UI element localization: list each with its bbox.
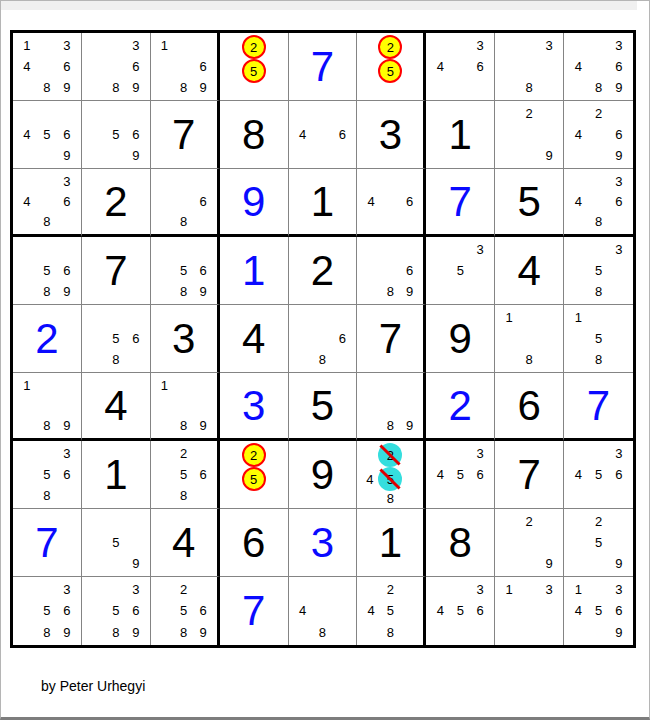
- candidate-8: 8: [526, 81, 533, 94]
- cell-r2c8[interactable]: 29: [495, 101, 564, 169]
- candidate-slot-1: [86, 103, 106, 124]
- candidate-slot-5: 5: [588, 532, 608, 553]
- candidate-slot-5: [519, 56, 539, 77]
- cell-r3c3[interactable]: 68: [151, 169, 220, 237]
- candidate-slot-3: [609, 511, 629, 532]
- cell-value: 6: [517, 385, 540, 427]
- candidate-slot-9: 9: [57, 281, 77, 302]
- candidate-5: 5: [43, 128, 50, 141]
- cell-r9c1[interactable]: 35689: [13, 577, 82, 645]
- candidate-grid: 34689: [568, 35, 629, 98]
- candidate-slot-7: [155, 212, 174, 232]
- candidate-8: 8: [595, 285, 602, 298]
- cell-r2c2[interactable]: 569: [82, 101, 151, 169]
- candidate-slot-6: 6: [193, 260, 212, 281]
- cell-r2c5[interactable]: 46: [289, 101, 358, 169]
- cell-r8c4[interactable]: 6: [220, 509, 289, 577]
- cell-r1c1[interactable]: 134689: [13, 33, 82, 101]
- cell-r9c3[interactable]: 25689: [151, 577, 220, 645]
- candidate-slot-6: 6: [126, 600, 146, 621]
- candidate-9: 9: [615, 626, 622, 639]
- cell-value: 7: [311, 46, 334, 88]
- cell-r6c6[interactable]: 89: [357, 373, 426, 441]
- candidate-slot-6: 6: [57, 56, 77, 77]
- candidate-slot-8: [519, 622, 539, 643]
- candidate-slot-1: [568, 239, 588, 260]
- candidate-8: 8: [387, 419, 394, 432]
- candidate-slot-2: [450, 239, 470, 260]
- candidate-slot-9: 9: [57, 622, 77, 643]
- candidate-slot-8: 8: [381, 416, 400, 436]
- candidate-slot-3: [609, 103, 629, 124]
- cell-r9c7[interactable]: 3456: [426, 577, 495, 645]
- candidate-8: 8: [595, 81, 602, 94]
- cell-r4c8[interactable]: 4: [495, 237, 564, 305]
- cell-value: 9: [242, 181, 265, 223]
- cell-value: 7: [35, 522, 58, 564]
- cell-r1c5[interactable]: 7: [289, 33, 358, 101]
- candidate-grid: 3456: [568, 443, 629, 506]
- candidate-slot-4: 4: [17, 56, 37, 77]
- candidate-slot-4: [86, 328, 106, 349]
- cell-value: 4: [242, 318, 265, 360]
- candidate-slot-4: [499, 328, 519, 349]
- candidate-slot-2: [588, 307, 608, 328]
- cell-r3c4[interactable]: 9: [220, 169, 289, 237]
- candidate-3: 3: [615, 39, 622, 52]
- candidate-8: 8: [180, 626, 187, 639]
- candidate-slot-3: 3: [539, 35, 559, 56]
- cell-r7c4[interactable]: 25: [220, 441, 289, 509]
- candidate-slot-6: [400, 395, 419, 415]
- cell-r6c4[interactable]: 3: [220, 373, 289, 441]
- candidate-1: 1: [161, 39, 168, 52]
- cell-r5c9[interactable]: 158: [564, 305, 633, 373]
- cell-r8c5[interactable]: 3: [289, 509, 358, 577]
- candidate-slot-8: 8: [106, 77, 126, 98]
- candidate-slot-7: [568, 485, 588, 506]
- candidate-slot-1: [568, 35, 588, 56]
- candidate-8: 8: [112, 353, 119, 366]
- candidate-slot-8: 8: [588, 281, 608, 302]
- cell-r8c9[interactable]: 259: [564, 509, 633, 577]
- candidate-6: 6: [615, 60, 622, 73]
- candidate-slot-5: 5: [174, 464, 193, 485]
- candidate-grid: 89: [361, 375, 419, 436]
- cell-value: 2: [311, 250, 334, 292]
- cell-value: 6: [242, 522, 265, 564]
- candidate-slot-8: [242, 491, 266, 506]
- cell-r6c7[interactable]: 2: [426, 373, 495, 441]
- candidate-slot-9: [400, 622, 419, 643]
- cell-r7c7[interactable]: 3456: [426, 441, 495, 509]
- candidate-slot-8: [37, 145, 57, 166]
- candidate-grid: 569: [86, 103, 146, 166]
- cell-r7c8[interactable]: 7: [495, 441, 564, 509]
- cell-r3c1[interactable]: 3468: [13, 169, 82, 237]
- cell-r2c7[interactable]: 1: [426, 101, 495, 169]
- candidate-slot-9: 9: [193, 77, 212, 98]
- candidate-4: 4: [366, 473, 373, 486]
- candidate-slot-6: 6: [126, 124, 146, 145]
- candidate-slot-9: 9: [400, 416, 419, 436]
- candidate-slot-1: [430, 443, 450, 464]
- candidate-slot-9: [402, 83, 419, 98]
- candidate-grid: 3456: [430, 579, 490, 643]
- cell-r6c5[interactable]: 5: [289, 373, 358, 441]
- candidate-8: 8: [595, 353, 602, 366]
- candidate-4: 4: [575, 195, 582, 208]
- candidate-slot-8: 8: [106, 349, 126, 370]
- candidate-8: 8: [112, 626, 119, 639]
- candidate-slot-7: [499, 77, 519, 98]
- candidate-8: 8: [43, 215, 50, 228]
- candidate-3: 3: [615, 583, 622, 596]
- cell-r2c9[interactable]: 2469: [564, 101, 633, 169]
- candidate-slot-5: 5: [450, 600, 470, 621]
- candidate-slot-4: [86, 124, 106, 145]
- candidate-slot-1: [17, 239, 37, 260]
- cell-r2c6[interactable]: 3: [357, 101, 426, 169]
- cell-r6c9[interactable]: 7: [564, 373, 633, 441]
- candidate-slot-4: [155, 600, 174, 621]
- candidate-4: 4: [437, 468, 444, 481]
- candidate-6: 6: [63, 60, 70, 73]
- cell-r7c1[interactable]: 3568: [13, 441, 82, 509]
- candidate-8: 8: [387, 626, 394, 639]
- candidate-slot-3: [193, 579, 212, 600]
- cell-r7c2[interactable]: 1: [82, 441, 151, 509]
- cell-r3c2[interactable]: 2: [82, 169, 151, 237]
- cell-r4c1[interactable]: 5689: [13, 237, 82, 305]
- candidate-slot-8: 8: [37, 281, 57, 302]
- candidate-1: 1: [506, 583, 513, 596]
- candidate-5: 5: [595, 264, 602, 277]
- candidate-grid: 2458: [361, 579, 419, 643]
- cell-r5c1[interactable]: 2: [13, 305, 82, 373]
- candidate-grid: 59: [86, 511, 146, 574]
- candidate-slot-5: 5: [378, 59, 402, 83]
- candidate-slot-9: 9: [193, 416, 212, 436]
- candidate-slot-5: [450, 56, 470, 77]
- candidate-6: 6: [63, 128, 70, 141]
- candidate-slot-8: [106, 145, 126, 166]
- candidate-slot-6: [609, 328, 629, 349]
- candidate-6: 6: [339, 128, 346, 141]
- cell-r4c2[interactable]: 7: [82, 237, 151, 305]
- candidate-9: 9: [406, 419, 413, 432]
- candidate-slot-4: [86, 532, 106, 553]
- candidate-slot-1: [17, 579, 37, 600]
- candidate-9: 9: [615, 557, 622, 570]
- candidate-slot-6: 6: [57, 260, 77, 281]
- candidate-slot-3: [402, 35, 419, 59]
- candidate-slot-1: [499, 35, 519, 56]
- cell-r5c7[interactable]: 9: [426, 305, 495, 373]
- cell-r2c4[interactable]: 8: [220, 101, 289, 169]
- candidate-slot-7: [568, 553, 588, 574]
- candidate-slot-6: 6: [193, 600, 212, 621]
- candidate-slot-1: [499, 511, 519, 532]
- candidate-slot-3: 3: [126, 579, 146, 600]
- cell-r6c8[interactable]: 6: [495, 373, 564, 441]
- cell-r5c3[interactable]: 3: [151, 305, 220, 373]
- candidate-2: 2: [378, 443, 402, 467]
- cell-r5c6[interactable]: 7: [357, 305, 426, 373]
- cell-r4c3[interactable]: 5689: [151, 237, 220, 305]
- candidate-slot-5: 5: [450, 464, 470, 485]
- cell-r4c4[interactable]: 1: [220, 237, 289, 305]
- candidate-slot-9: 9: [126, 145, 146, 166]
- candidate-slot-9: 9: [57, 77, 77, 98]
- candidate-slot-6: [470, 260, 490, 281]
- cell-r7c9[interactable]: 3456: [564, 441, 633, 509]
- cell-value: 4: [517, 250, 540, 292]
- cell-value: 1: [449, 114, 472, 156]
- candidate-slot-4: [155, 191, 174, 211]
- cell-r3c8[interactable]: 5: [495, 169, 564, 237]
- candidate-8: 8: [43, 489, 50, 502]
- cell-r8c2[interactable]: 59: [82, 509, 151, 577]
- cell-r4c9[interactable]: 358: [564, 237, 633, 305]
- candidate-slot-7: [568, 145, 588, 166]
- cell-r3c6[interactable]: 46: [357, 169, 426, 237]
- cell-r1c7[interactable]: 346: [426, 33, 495, 101]
- cell-r4c7[interactable]: 35: [426, 237, 495, 305]
- candidate-slot-5: 5: [37, 464, 57, 485]
- cell-value: 7: [587, 385, 610, 427]
- cell-r1c9[interactable]: 34689: [564, 33, 633, 101]
- cell-r7c6[interactable]: 2458: [357, 441, 426, 509]
- cell-r7c3[interactable]: 2568: [151, 441, 220, 509]
- candidate-slot-4: [155, 464, 174, 485]
- candidate-slot-7: [86, 622, 106, 643]
- candidate-grid: 134569: [568, 579, 629, 643]
- cell-r3c5[interactable]: 1: [289, 169, 358, 237]
- candidate-slot-4: 4: [568, 464, 588, 485]
- candidate-slot-3: 3: [57, 579, 77, 600]
- candidate-slot-6: [539, 56, 559, 77]
- top-bar: [1, 1, 637, 10]
- candidate-3: 3: [477, 447, 484, 460]
- candidate-slot-8: 8: [37, 212, 57, 232]
- candidate-slot-2: 2: [588, 103, 608, 124]
- candidate-slot-8: 8: [588, 77, 608, 98]
- candidate-slot-3: 3: [609, 171, 629, 191]
- cell-value: 8: [449, 522, 472, 564]
- candidate-slot-8: [588, 485, 608, 506]
- candidate-slot-5: 5: [588, 260, 608, 281]
- candidate-slot-5: [313, 124, 333, 145]
- candidate-grid: 1689: [155, 35, 213, 98]
- candidate-grid: 2568: [155, 443, 213, 506]
- cell-r9c9[interactable]: 134569: [564, 577, 633, 645]
- candidate-9: 9: [63, 419, 70, 432]
- cell-value: 3: [172, 318, 195, 360]
- cell-r9c6[interactable]: 2458: [357, 577, 426, 645]
- cell-r3c7[interactable]: 7: [426, 169, 495, 237]
- candidate-9: 9: [546, 557, 553, 570]
- candidate-slot-8: 8: [519, 77, 539, 98]
- cell-r1c2[interactable]: 3689: [82, 33, 151, 101]
- candidate-4: 4: [299, 128, 306, 141]
- candidate-slot-1: 1: [17, 35, 37, 56]
- candidate-slot-9: 9: [57, 145, 77, 166]
- candidate-slot-2: [381, 375, 400, 395]
- candidate-slot-4: [361, 59, 378, 83]
- candidate-9: 9: [132, 81, 139, 94]
- candidate-slot-8: 8: [313, 622, 333, 643]
- candidate-slot-2: [519, 579, 539, 600]
- candidate-slot-1: [361, 375, 380, 395]
- candidate-8: 8: [180, 419, 187, 432]
- candidate-slot-2: 2: [174, 579, 193, 600]
- candidate-slot-8: 8: [37, 485, 57, 506]
- candidate-grid: 3468: [568, 171, 629, 232]
- cell-r6c3[interactable]: 189: [151, 373, 220, 441]
- candidate-slot-2: [37, 579, 57, 600]
- cell-r3c9[interactable]: 3468: [564, 169, 633, 237]
- candidate-6: 6: [63, 468, 70, 481]
- candidate-grid: 13: [499, 579, 559, 643]
- candidate-grid: 3456: [430, 443, 490, 506]
- candidate-slot-2: [450, 35, 470, 56]
- cell-r8c6[interactable]: 1: [357, 509, 426, 577]
- cell-r1c6[interactable]: 25: [357, 33, 426, 101]
- cell-value: 4: [104, 385, 127, 427]
- candidate-slot-1: [293, 579, 313, 600]
- cell-value: 1: [242, 250, 265, 292]
- candidate-slot-3: 3: [57, 443, 77, 464]
- cell-r9c5[interactable]: 48: [289, 577, 358, 645]
- cell-r1c4[interactable]: 25: [220, 33, 289, 101]
- candidate-slot-1: 1: [17, 375, 37, 395]
- candidate-8: 8: [43, 81, 50, 94]
- candidate-6: 6: [199, 468, 206, 481]
- candidate-slot-5: 5: [174, 600, 193, 621]
- candidate-slot-4: 4: [361, 600, 380, 621]
- candidate-4: 4: [575, 604, 582, 617]
- candidate-grid: 35: [430, 239, 490, 302]
- candidate-slot-2: [588, 443, 608, 464]
- candidate-slot-2: [174, 375, 193, 395]
- candidate-slot-1: [361, 239, 380, 260]
- candidate-slot-5: 5: [174, 260, 193, 281]
- candidate-slot-9: [609, 212, 629, 232]
- candidate-slot-1: [86, 579, 106, 600]
- candidate-3: 3: [63, 447, 70, 460]
- candidate-slot-6: [400, 600, 419, 621]
- candidate-slot-5: [588, 56, 608, 77]
- candidate-grid: 189: [155, 375, 213, 436]
- cell-r7c5[interactable]: 9: [289, 441, 358, 509]
- candidate-slot-5: 5: [588, 328, 608, 349]
- candidate-grid: 25689: [155, 579, 213, 643]
- candidate-slot-3: [193, 375, 212, 395]
- candidate-slot-6: [539, 328, 559, 349]
- candidate-slot-8: [588, 145, 608, 166]
- candidate-5: 5: [595, 468, 602, 481]
- candidate-slot-5: [381, 260, 400, 281]
- candidate-grid: 5689: [17, 239, 77, 302]
- cell-r9c8[interactable]: 13: [495, 577, 564, 645]
- candidate-slot-2: [106, 579, 126, 600]
- candidate-slot-7: [86, 553, 106, 574]
- candidate-6: 6: [199, 604, 206, 617]
- cell-r6c2[interactable]: 4: [82, 373, 151, 441]
- candidate-slot-7: [361, 416, 380, 436]
- candidate-slot-5: 5: [242, 59, 266, 83]
- cell-r8c8[interactable]: 29: [495, 509, 564, 577]
- candidate-slot-1: [155, 443, 174, 464]
- candidate-slot-4: [568, 328, 588, 349]
- candidate-1: 1: [575, 311, 582, 324]
- candidate-slot-4: [568, 260, 588, 281]
- candidate-slot-1: [568, 171, 588, 191]
- candidate-slot-1: [155, 579, 174, 600]
- cell-r9c2[interactable]: 35689: [82, 577, 151, 645]
- cell-r8c7[interactable]: 8: [426, 509, 495, 577]
- candidate-slot-2: [519, 35, 539, 56]
- candidate-slot-5: [37, 395, 57, 415]
- candidate-slot-5: [381, 191, 400, 211]
- cell-value: 7: [242, 590, 265, 632]
- candidate-grid: 25: [224, 35, 284, 98]
- candidate-slot-6: [266, 467, 284, 491]
- candidate-slot-2: [588, 35, 608, 56]
- candidate-slot-7: [17, 212, 37, 232]
- candidate-6: 6: [477, 60, 484, 73]
- cell-r5c5[interactable]: 68: [289, 305, 358, 373]
- cell-r5c2[interactable]: 568: [82, 305, 151, 373]
- candidate-6: 6: [132, 128, 139, 141]
- candidate-6: 6: [615, 604, 622, 617]
- cell-r8c3[interactable]: 4: [151, 509, 220, 577]
- candidate-6: 6: [406, 264, 413, 277]
- candidate-slot-1: [430, 579, 450, 600]
- candidate-slot-7: [430, 622, 450, 643]
- cell-r4c5[interactable]: 2: [289, 237, 358, 305]
- candidate-slot-8: [450, 485, 470, 506]
- candidate-8: 8: [595, 215, 602, 228]
- candidate-slot-3: [332, 307, 352, 328]
- cell-r9c4[interactable]: 7: [220, 577, 289, 645]
- cell-r6c1[interactable]: 189: [13, 373, 82, 441]
- candidate-slot-9: [400, 212, 419, 232]
- cell-r2c3[interactable]: 7: [151, 101, 220, 169]
- cell-value: 4: [172, 522, 195, 564]
- candidate-grid: 3689: [86, 35, 146, 98]
- candidate-slot-6: 6: [609, 56, 629, 77]
- cell-r1c3[interactable]: 1689: [151, 33, 220, 101]
- cell-r5c8[interactable]: 18: [495, 305, 564, 373]
- candidate-slot-7: [293, 622, 313, 643]
- candidate-slot-7: [293, 145, 313, 166]
- candidate-slot-1: [568, 103, 588, 124]
- cell-r5c4[interactable]: 4: [220, 305, 289, 373]
- candidate-slot-4: [499, 600, 519, 621]
- candidate-5: 5: [595, 604, 602, 617]
- candidate-slot-6: [609, 532, 629, 553]
- candidate-slot-3: [402, 443, 419, 467]
- candidate-slot-6: 6: [57, 600, 77, 621]
- cell-r1c8[interactable]: 38: [495, 33, 564, 101]
- cell-r8c1[interactable]: 7: [13, 509, 82, 577]
- candidate-grid: 568: [86, 307, 146, 370]
- candidate-slot-8: [519, 553, 539, 574]
- cell-r4c6[interactable]: 689: [357, 237, 426, 305]
- cell-r2c1[interactable]: 4569: [13, 101, 82, 169]
